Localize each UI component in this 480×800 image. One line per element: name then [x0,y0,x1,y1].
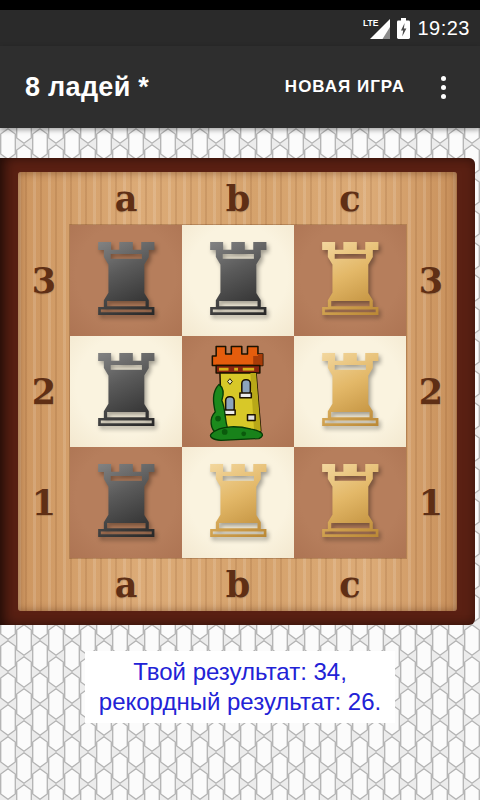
score-line-record: рекордный результат: 26. [99,687,381,717]
black-rook: ♜ [81,336,171,447]
rank-label-2: 2 [18,336,70,447]
file-label-c: c [294,172,406,225]
black-rook: ♜ [81,447,171,558]
rank-label-3: 3 [405,225,457,336]
file-label-b: b [182,172,294,225]
rank-label-1: 1 [405,447,457,558]
file-label-c: c [294,558,406,611]
lte-signal-icon: LTE [363,18,390,39]
file-label-a: a [70,172,182,225]
board-grid: ♜♜♜♜ ♜♜♜♜ [70,225,406,558]
square-c2[interactable]: ♜ [294,336,406,447]
rank-labels-left: 321 [18,225,70,558]
square-a2[interactable]: ♜ [70,336,182,447]
square-b2[interactable] [182,336,294,447]
white-rook: ♜ [193,447,283,558]
file-labels-bottom: abc [70,558,406,611]
chess-board: abc abc 321 321 ♜♜♜♜ ♜♜♜♜ [0,158,475,625]
square-a1[interactable]: ♜ [70,447,182,558]
page-title: 8 ладей * [25,72,285,103]
file-label-a: a [70,558,182,611]
castle-tower-image [200,342,276,442]
clock: 19:23 [417,17,470,40]
white-rook: ♜ [305,336,395,447]
rank-labels-right: 321 [405,225,457,558]
overflow-menu-icon[interactable] [437,72,450,103]
svg-text:LTE: LTE [363,18,379,28]
score-line-current: Твой результат: 34, [99,657,381,687]
square-a3[interactable]: ♜ [70,225,182,336]
square-c3[interactable]: ♜ [294,225,406,336]
status-bar: LTE 19:23 [0,10,480,46]
app-bar: 8 ладей * НОВАЯ ИГРА [0,46,480,128]
white-rook: ♜ [305,447,395,558]
score-text: Твой результат: 34, рекордный результат:… [85,651,395,723]
black-rook: ♜ [81,225,171,336]
black-rook: ♜ [193,225,283,336]
square-b3[interactable]: ♜ [182,225,294,336]
square-c1[interactable]: ♜ [294,447,406,558]
file-label-b: b [182,558,294,611]
score-caption: Твой результат: 34, рекордный результат:… [0,651,480,723]
file-labels-top: abc [70,172,406,225]
rank-label-1: 1 [18,447,70,558]
square-b1[interactable]: ♜ [182,447,294,558]
battery-charging-icon [397,18,410,39]
new-game-button[interactable]: НОВАЯ ИГРА [285,77,405,97]
rank-label-3: 3 [18,225,70,336]
rank-label-2: 2 [405,336,457,447]
screen-top-strip [0,0,480,10]
white-rook: ♜ [305,225,395,336]
